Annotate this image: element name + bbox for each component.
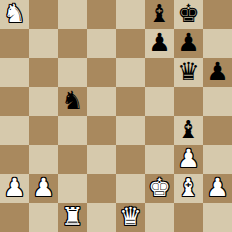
square-c4[interactable] bbox=[58, 116, 87, 145]
square-a6[interactable] bbox=[0, 58, 29, 87]
square-a2[interactable]: ♟ bbox=[0, 174, 29, 203]
square-g5[interactable] bbox=[174, 87, 203, 116]
square-b7[interactable] bbox=[29, 29, 58, 58]
square-c7[interactable] bbox=[58, 29, 87, 58]
square-h8[interactable] bbox=[203, 0, 232, 29]
square-c8[interactable] bbox=[58, 0, 87, 29]
square-a1[interactable] bbox=[0, 203, 29, 232]
square-d1[interactable] bbox=[87, 203, 116, 232]
square-h7[interactable] bbox=[203, 29, 232, 58]
square-g1[interactable] bbox=[174, 203, 203, 232]
square-c6[interactable] bbox=[58, 58, 87, 87]
white-pawn[interactable]: ♟ bbox=[32, 174, 54, 202]
square-h6[interactable]: ♟ bbox=[203, 58, 232, 87]
square-f6[interactable] bbox=[145, 58, 174, 87]
square-g2[interactable]: ♝ bbox=[174, 174, 203, 203]
square-a7[interactable] bbox=[0, 29, 29, 58]
square-b6[interactable] bbox=[29, 58, 58, 87]
square-c2[interactable] bbox=[58, 174, 87, 203]
square-d2[interactable] bbox=[87, 174, 116, 203]
white-king[interactable]: ♚ bbox=[148, 174, 170, 202]
white-bishop[interactable]: ♝ bbox=[177, 174, 199, 202]
square-e3[interactable] bbox=[116, 145, 145, 174]
black-bishop[interactable]: ♝ bbox=[148, 0, 170, 28]
square-e4[interactable] bbox=[116, 116, 145, 145]
black-knight[interactable]: ♞ bbox=[61, 87, 83, 115]
black-pawn[interactable]: ♟ bbox=[206, 58, 228, 86]
square-b3[interactable] bbox=[29, 145, 58, 174]
white-pawn[interactable]: ♟ bbox=[177, 145, 199, 173]
square-e6[interactable] bbox=[116, 58, 145, 87]
square-f4[interactable] bbox=[145, 116, 174, 145]
square-b2[interactable]: ♟ bbox=[29, 174, 58, 203]
square-d8[interactable] bbox=[87, 0, 116, 29]
white-knight[interactable]: ♞ bbox=[3, 0, 25, 28]
black-queen[interactable]: ♛ bbox=[177, 58, 199, 86]
square-f5[interactable] bbox=[145, 87, 174, 116]
chess-board: ♞♝♚♟♟♛♟♞♝♟♟♟♚♝♟♜♛ bbox=[0, 0, 232, 232]
square-e5[interactable] bbox=[116, 87, 145, 116]
square-g3[interactable]: ♟ bbox=[174, 145, 203, 174]
square-a3[interactable] bbox=[0, 145, 29, 174]
square-g4[interactable]: ♝ bbox=[174, 116, 203, 145]
white-pawn[interactable]: ♟ bbox=[3, 174, 25, 202]
square-h5[interactable] bbox=[203, 87, 232, 116]
white-queen[interactable]: ♛ bbox=[119, 203, 141, 231]
square-f3[interactable] bbox=[145, 145, 174, 174]
square-f2[interactable]: ♚ bbox=[145, 174, 174, 203]
square-e2[interactable] bbox=[116, 174, 145, 203]
square-c1[interactable]: ♜ bbox=[58, 203, 87, 232]
square-a4[interactable] bbox=[0, 116, 29, 145]
square-g7[interactable]: ♟ bbox=[174, 29, 203, 58]
square-a8[interactable]: ♞ bbox=[0, 0, 29, 29]
black-pawn[interactable]: ♟ bbox=[177, 29, 199, 57]
square-e1[interactable]: ♛ bbox=[116, 203, 145, 232]
square-g8[interactable]: ♚ bbox=[174, 0, 203, 29]
white-rook[interactable]: ♜ bbox=[61, 203, 83, 231]
square-f8[interactable]: ♝ bbox=[145, 0, 174, 29]
square-h1[interactable] bbox=[203, 203, 232, 232]
square-d6[interactable] bbox=[87, 58, 116, 87]
black-king[interactable]: ♚ bbox=[177, 0, 199, 28]
square-e7[interactable] bbox=[116, 29, 145, 58]
square-b8[interactable] bbox=[29, 0, 58, 29]
square-d5[interactable] bbox=[87, 87, 116, 116]
square-a5[interactable] bbox=[0, 87, 29, 116]
black-bishop[interactable]: ♝ bbox=[177, 116, 199, 144]
square-b1[interactable] bbox=[29, 203, 58, 232]
square-f1[interactable] bbox=[145, 203, 174, 232]
square-c5[interactable]: ♞ bbox=[58, 87, 87, 116]
square-c3[interactable] bbox=[58, 145, 87, 174]
square-d3[interactable] bbox=[87, 145, 116, 174]
square-h3[interactable] bbox=[203, 145, 232, 174]
square-b5[interactable] bbox=[29, 87, 58, 116]
white-pawn[interactable]: ♟ bbox=[206, 174, 228, 202]
black-pawn[interactable]: ♟ bbox=[148, 29, 170, 57]
square-h4[interactable] bbox=[203, 116, 232, 145]
square-g6[interactable]: ♛ bbox=[174, 58, 203, 87]
square-e8[interactable] bbox=[116, 0, 145, 29]
square-d4[interactable] bbox=[87, 116, 116, 145]
square-h2[interactable]: ♟ bbox=[203, 174, 232, 203]
square-b4[interactable] bbox=[29, 116, 58, 145]
square-d7[interactable] bbox=[87, 29, 116, 58]
square-f7[interactable]: ♟ bbox=[145, 29, 174, 58]
